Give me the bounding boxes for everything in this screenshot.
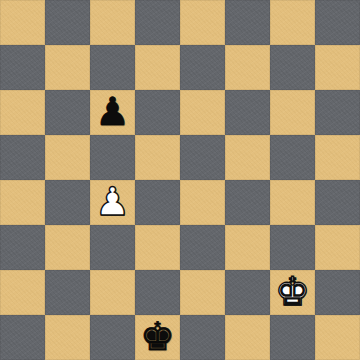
square-c4[interactable]: ♟ — [90, 180, 135, 225]
square-g7[interactable] — [270, 45, 315, 90]
square-h5[interactable] — [315, 135, 360, 180]
square-e6[interactable] — [180, 90, 225, 135]
square-a2[interactable] — [0, 270, 45, 315]
square-a7[interactable] — [0, 45, 45, 90]
square-b6[interactable] — [45, 90, 90, 135]
square-a1[interactable] — [0, 315, 45, 360]
square-h4[interactable] — [315, 180, 360, 225]
square-a5[interactable] — [0, 135, 45, 180]
square-g3[interactable] — [270, 225, 315, 270]
square-d5[interactable] — [135, 135, 180, 180]
square-a3[interactable] — [0, 225, 45, 270]
square-c7[interactable] — [90, 45, 135, 90]
square-f1[interactable] — [225, 315, 270, 360]
square-e2[interactable] — [180, 270, 225, 315]
square-d7[interactable] — [135, 45, 180, 90]
square-f6[interactable] — [225, 90, 270, 135]
chess-board: ♟♟♚♚ — [0, 0, 360, 360]
square-e8[interactable] — [180, 0, 225, 45]
piece-white-king[interactable]: ♚ — [275, 269, 310, 314]
square-a8[interactable] — [0, 0, 45, 45]
square-d8[interactable] — [135, 0, 180, 45]
square-c5[interactable] — [90, 135, 135, 180]
square-f4[interactable] — [225, 180, 270, 225]
square-c3[interactable] — [90, 225, 135, 270]
square-e7[interactable] — [180, 45, 225, 90]
square-f8[interactable] — [225, 0, 270, 45]
square-b3[interactable] — [45, 225, 90, 270]
square-h7[interactable] — [315, 45, 360, 90]
square-b1[interactable] — [45, 315, 90, 360]
square-g4[interactable] — [270, 180, 315, 225]
square-b4[interactable] — [45, 180, 90, 225]
square-e4[interactable] — [180, 180, 225, 225]
square-h8[interactable] — [315, 0, 360, 45]
square-h2[interactable] — [315, 270, 360, 315]
piece-black-pawn[interactable]: ♟ — [95, 89, 130, 134]
square-d2[interactable] — [135, 270, 180, 315]
square-f7[interactable] — [225, 45, 270, 90]
square-c2[interactable] — [90, 270, 135, 315]
square-b2[interactable] — [45, 270, 90, 315]
square-f3[interactable] — [225, 225, 270, 270]
square-b8[interactable] — [45, 0, 90, 45]
square-g2[interactable]: ♚ — [270, 270, 315, 315]
square-d6[interactable] — [135, 90, 180, 135]
square-b7[interactable] — [45, 45, 90, 90]
square-g5[interactable] — [270, 135, 315, 180]
piece-black-king[interactable]: ♚ — [140, 314, 175, 359]
square-a4[interactable] — [0, 180, 45, 225]
square-d1[interactable]: ♚ — [135, 315, 180, 360]
square-g6[interactable] — [270, 90, 315, 135]
square-h1[interactable] — [315, 315, 360, 360]
square-c8[interactable] — [90, 0, 135, 45]
square-g1[interactable] — [270, 315, 315, 360]
piece-white-pawn[interactable]: ♟ — [95, 179, 130, 224]
square-b5[interactable] — [45, 135, 90, 180]
square-g8[interactable] — [270, 0, 315, 45]
square-f2[interactable] — [225, 270, 270, 315]
square-d3[interactable] — [135, 225, 180, 270]
square-e3[interactable] — [180, 225, 225, 270]
square-c6[interactable]: ♟ — [90, 90, 135, 135]
square-e5[interactable] — [180, 135, 225, 180]
square-a6[interactable] — [0, 90, 45, 135]
square-h3[interactable] — [315, 225, 360, 270]
square-d4[interactable] — [135, 180, 180, 225]
square-f5[interactable] — [225, 135, 270, 180]
square-h6[interactable] — [315, 90, 360, 135]
square-e1[interactable] — [180, 315, 225, 360]
square-c1[interactable] — [90, 315, 135, 360]
